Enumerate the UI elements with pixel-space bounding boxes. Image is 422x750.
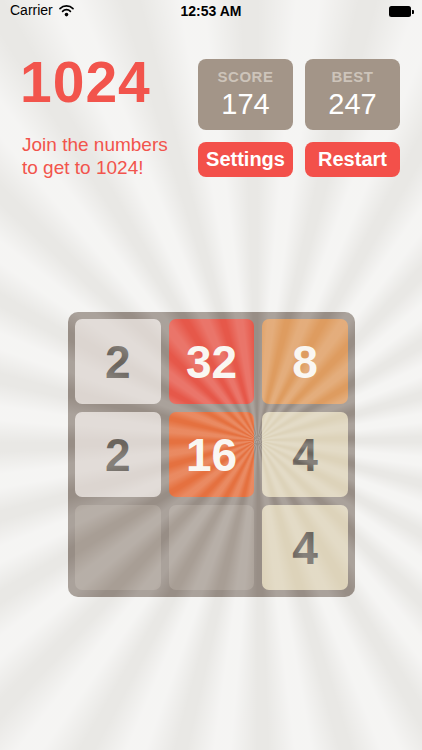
game-board[interactable]: 232821644 [68,312,355,597]
tile-4-r2c2: 4 [262,505,348,590]
status-bar: Carrier 12:53 AM [0,0,422,22]
app-screen: Carrier 12:53 AM 1024 Join the numbers t… [0,0,422,750]
cell-r2c0 [75,505,161,590]
page-title: 1024 [20,52,151,112]
restart-button[interactable]: Restart [305,142,400,177]
clock: 12:53 AM [0,3,422,19]
tile-2-r1c0: 2 [75,412,161,497]
tagline: Join the numbers to get to 1024! [22,133,168,179]
best-label: BEST [331,68,373,85]
board-grid: 232821644 [75,319,348,590]
battery-icon [389,6,414,17]
score-value: 174 [221,88,269,121]
best-value: 247 [328,88,376,121]
tagline-line2: to get to 1024! [22,156,168,179]
settings-button[interactable]: Settings [198,142,293,177]
best-box: BEST 247 [305,59,400,130]
cell-r2c1 [169,505,255,590]
tile-2-r0c0: 2 [75,319,161,404]
score-box: SCORE 174 [198,59,293,130]
tile-16-r1c1: 16 [169,412,255,497]
tile-32-r0c1: 32 [169,319,255,404]
tile-8-r0c2: 8 [262,319,348,404]
tagline-line1: Join the numbers [22,133,168,156]
score-label: SCORE [218,68,274,85]
tile-4-r1c2: 4 [262,412,348,497]
